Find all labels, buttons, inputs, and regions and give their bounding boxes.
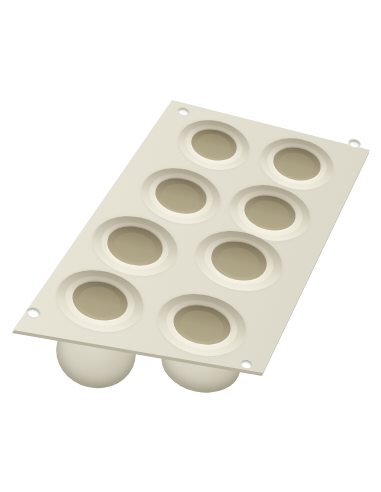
product-photo bbox=[0, 0, 381, 492]
